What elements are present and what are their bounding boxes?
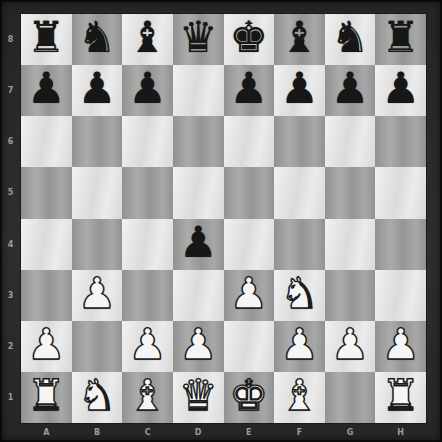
square-e4[interactable] [224,219,275,270]
square-h1[interactable]: ♜ [375,372,426,423]
square-b4[interactable] [72,219,123,270]
square-a7[interactable]: ♟ [21,65,72,116]
rank-label: 7 [0,65,21,116]
square-a3[interactable] [21,270,72,321]
square-c1[interactable]: ♝ [122,372,173,423]
black-rook-icon[interactable]: ♜ [381,16,420,59]
file-label: B [72,423,123,442]
black-bishop-icon[interactable]: ♝ [128,16,167,59]
square-c4[interactable] [122,219,173,270]
square-f8[interactable]: ♝ [274,14,325,65]
square-b3[interactable]: ♟ [72,270,123,321]
square-a8[interactable]: ♜ [21,14,72,65]
white-pawn-icon[interactable]: ♟ [179,323,218,366]
square-a2[interactable]: ♟ [21,321,72,372]
file-label: C [122,423,173,442]
square-h8[interactable]: ♜ [375,14,426,65]
square-d7[interactable] [173,65,224,116]
square-a6[interactable] [21,116,72,167]
square-c8[interactable]: ♝ [122,14,173,65]
square-h3[interactable] [375,270,426,321]
white-pawn-icon[interactable]: ♟ [78,272,117,315]
square-e7[interactable]: ♟ [224,65,275,116]
black-pawn-icon[interactable]: ♟ [331,67,370,110]
white-bishop-icon[interactable]: ♝ [280,374,319,417]
square-e6[interactable] [224,116,275,167]
square-d2[interactable]: ♟ [173,321,224,372]
black-king-icon[interactable]: ♚ [230,16,269,59]
square-e2[interactable] [224,321,275,372]
square-c7[interactable]: ♟ [122,65,173,116]
square-c5[interactable] [122,167,173,218]
square-d5[interactable] [173,167,224,218]
white-bishop-icon[interactable]: ♝ [128,374,167,417]
file-label: F [274,423,325,442]
white-queen-icon[interactable]: ♛ [179,374,218,417]
white-knight-icon[interactable]: ♞ [78,374,117,417]
square-g7[interactable]: ♟ [325,65,376,116]
file-label: H [375,423,426,442]
file-label: A [21,423,72,442]
square-c2[interactable]: ♟ [122,321,173,372]
black-pawn-icon[interactable]: ♟ [78,67,117,110]
white-king-icon[interactable]: ♚ [230,374,269,417]
square-d8[interactable]: ♛ [173,14,224,65]
square-c6[interactable] [122,116,173,167]
rank-label: 2 [0,321,21,372]
square-a4[interactable] [21,219,72,270]
square-d1[interactable]: ♛ [173,372,224,423]
square-g1[interactable] [325,372,376,423]
white-pawn-icon[interactable]: ♟ [381,323,420,366]
square-e5[interactable] [224,167,275,218]
square-f3[interactable]: ♞ [274,270,325,321]
square-c3[interactable] [122,270,173,321]
square-h7[interactable]: ♟ [375,65,426,116]
square-b7[interactable]: ♟ [72,65,123,116]
black-knight-icon[interactable]: ♞ [78,16,117,59]
square-h2[interactable]: ♟ [375,321,426,372]
square-a5[interactable] [21,167,72,218]
white-rook-icon[interactable]: ♜ [381,374,420,417]
file-labels: ABCDEFGH [21,423,426,442]
rank-label: 5 [0,167,21,218]
black-rook-icon[interactable]: ♜ [27,16,66,59]
rank-labels: 87654321 [0,14,21,423]
square-g2[interactable]: ♟ [325,321,376,372]
white-pawn-icon[interactable]: ♟ [331,323,370,366]
rank-label: 3 [0,270,21,321]
square-e1[interactable]: ♚ [224,372,275,423]
black-pawn-icon[interactable]: ♟ [179,221,218,264]
black-pawn-icon[interactable]: ♟ [27,67,66,110]
square-d6[interactable] [173,116,224,167]
black-pawn-icon[interactable]: ♟ [381,67,420,110]
square-g4[interactable] [325,219,376,270]
white-pawn-icon[interactable]: ♟ [280,323,319,366]
black-bishop-icon[interactable]: ♝ [280,16,319,59]
rank-label: 4 [0,219,21,270]
white-pawn-icon[interactable]: ♟ [27,323,66,366]
file-label: E [224,423,275,442]
black-pawn-icon[interactable]: ♟ [280,67,319,110]
white-pawn-icon[interactable]: ♟ [128,323,167,366]
white-knight-icon[interactable]: ♞ [280,272,319,315]
square-d3[interactable] [173,270,224,321]
square-e3[interactable]: ♟ [224,270,275,321]
rank-label: 8 [0,14,21,65]
square-f1[interactable]: ♝ [274,372,325,423]
square-h4[interactable] [375,219,426,270]
square-f5[interactable] [274,167,325,218]
square-b2[interactable] [72,321,123,372]
square-d4[interactable]: ♟ [173,219,224,270]
square-a1[interactable]: ♜ [21,372,72,423]
file-label: G [325,423,376,442]
square-b8[interactable]: ♞ [72,14,123,65]
square-e8[interactable]: ♚ [224,14,275,65]
rank-label: 1 [0,372,21,423]
board-frame: 87654321 ♜♞♝♛♚♝♞♜♟♟♟♟♟♟♟♟♟♟♞♟♟♟♟♟♟♜♞♝♛♚♝… [0,0,442,442]
square-h6[interactable] [375,116,426,167]
square-f7[interactable]: ♟ [274,65,325,116]
chess-board[interactable]: ♜♞♝♛♚♝♞♜♟♟♟♟♟♟♟♟♟♟♞♟♟♟♟♟♟♜♞♝♛♚♝♜ [21,14,426,423]
square-b1[interactable]: ♞ [72,372,123,423]
square-g8[interactable]: ♞ [325,14,376,65]
black-pawn-icon[interactable]: ♟ [230,67,269,110]
square-f6[interactable] [274,116,325,167]
square-f4[interactable] [274,219,325,270]
white-rook-icon[interactable]: ♜ [27,374,66,417]
white-pawn-icon[interactable]: ♟ [230,272,269,315]
black-knight-icon[interactable]: ♞ [331,16,370,59]
square-b6[interactable] [72,116,123,167]
square-g3[interactable] [325,270,376,321]
square-g6[interactable] [325,116,376,167]
square-f2[interactable]: ♟ [274,321,325,372]
square-h5[interactable] [375,167,426,218]
black-queen-icon[interactable]: ♛ [179,16,218,59]
square-g5[interactable] [325,167,376,218]
rank-label: 6 [0,116,21,167]
file-label: D [173,423,224,442]
square-b5[interactable] [72,167,123,218]
black-pawn-icon[interactable]: ♟ [128,67,167,110]
